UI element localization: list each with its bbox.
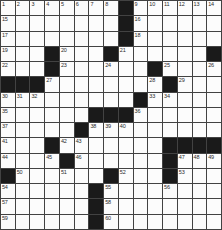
white-cell[interactable] <box>163 123 177 137</box>
white-cell[interactable]: 32 <box>30 93 44 107</box>
white-cell[interactable] <box>134 123 148 137</box>
clue-number: 5 <box>61 1 64 8</box>
white-cell[interactable]: 36 <box>134 108 148 122</box>
white-cell[interactable] <box>193 93 207 107</box>
white-cell[interactable]: 25 <box>163 62 177 76</box>
white-cell[interactable] <box>75 184 89 198</box>
white-cell[interactable] <box>30 184 44 198</box>
white-cell[interactable] <box>207 77 221 91</box>
white-cell[interactable] <box>207 16 221 30</box>
white-cell[interactable] <box>148 47 162 61</box>
white-cell[interactable] <box>45 123 59 137</box>
white-cell[interactable] <box>178 62 192 76</box>
black-cell <box>104 108 118 122</box>
black-cell <box>119 16 133 30</box>
clue-number: 55 <box>105 184 111 191</box>
black-cell <box>163 169 177 183</box>
white-cell[interactable] <box>30 169 44 183</box>
white-cell[interactable]: 50 <box>16 169 30 183</box>
white-cell[interactable] <box>119 199 133 213</box>
black-cell <box>207 47 221 61</box>
white-cell[interactable] <box>178 32 192 46</box>
white-cell[interactable] <box>178 184 192 198</box>
black-cell <box>163 138 177 152</box>
white-cell[interactable] <box>89 77 103 91</box>
clue-number: 15 <box>2 16 8 23</box>
white-cell[interactable]: 54 <box>1 184 15 198</box>
white-cell[interactable]: 27 <box>45 77 59 91</box>
black-cell <box>148 62 162 76</box>
clue-number: 26 <box>208 62 214 69</box>
clue-number: 32 <box>31 93 37 100</box>
clue-number: 18 <box>135 32 141 39</box>
clue-number: 23 <box>61 62 67 69</box>
clue-number: 13 <box>194 1 200 8</box>
clue-number: 27 <box>46 77 52 84</box>
clue-number: 46 <box>76 154 82 161</box>
white-cell[interactable]: 16 <box>134 16 148 30</box>
white-cell[interactable] <box>30 154 44 168</box>
black-cell <box>45 138 59 152</box>
black-cell <box>89 215 103 229</box>
white-cell[interactable] <box>148 169 162 183</box>
black-cell <box>119 108 133 122</box>
clue-number: 31 <box>17 93 23 100</box>
white-cell[interactable] <box>75 215 89 229</box>
white-cell[interactable] <box>193 32 207 46</box>
white-cell[interactable]: 48 <box>193 154 207 168</box>
black-cell <box>134 93 148 107</box>
white-cell[interactable] <box>163 16 177 30</box>
white-cell[interactable] <box>119 154 133 168</box>
white-cell[interactable]: 58 <box>104 199 118 213</box>
white-cell[interactable] <box>75 93 89 107</box>
white-cell[interactable] <box>104 93 118 107</box>
white-cell[interactable] <box>193 16 207 30</box>
clue-number: 12 <box>179 1 185 8</box>
white-cell[interactable]: 21 <box>119 47 133 61</box>
white-cell[interactable] <box>207 215 221 229</box>
white-cell[interactable] <box>148 184 162 198</box>
white-cell[interactable] <box>104 32 118 46</box>
white-cell[interactable]: 28 <box>148 77 162 91</box>
clue-number: 42 <box>61 138 67 145</box>
clue-number: 9 <box>135 1 138 8</box>
clue-number: 41 <box>2 138 8 145</box>
white-cell[interactable] <box>89 138 103 152</box>
white-cell[interactable] <box>119 62 133 76</box>
clue-number: 1 <box>2 1 5 8</box>
white-cell[interactable] <box>193 47 207 61</box>
white-cell[interactable] <box>16 47 30 61</box>
white-cell[interactable] <box>16 199 30 213</box>
white-cell[interactable]: 5 <box>60 1 74 15</box>
white-cell[interactable] <box>193 184 207 198</box>
white-cell[interactable] <box>16 138 30 152</box>
white-cell[interactable] <box>119 184 133 198</box>
white-cell[interactable] <box>207 108 221 122</box>
white-cell[interactable] <box>30 16 44 30</box>
white-cell[interactable] <box>89 93 103 107</box>
black-cell <box>119 1 133 15</box>
white-cell[interactable]: 6 <box>75 1 89 15</box>
clue-number: 37 <box>2 123 8 130</box>
white-cell[interactable]: 52 <box>119 169 133 183</box>
white-cell[interactable]: 37 <box>1 123 15 137</box>
white-cell[interactable]: 49 <box>207 154 221 168</box>
white-cell[interactable] <box>163 199 177 213</box>
white-cell[interactable] <box>75 199 89 213</box>
white-cell[interactable]: 47 <box>178 154 192 168</box>
white-cell[interactable]: 39 <box>104 123 118 137</box>
white-cell[interactable] <box>119 215 133 229</box>
white-cell[interactable] <box>60 108 74 122</box>
clue-number: 59 <box>2 215 8 222</box>
white-cell[interactable] <box>148 215 162 229</box>
white-cell[interactable]: 60 <box>104 215 118 229</box>
white-cell[interactable] <box>89 16 103 30</box>
white-cell[interactable] <box>207 199 221 213</box>
white-cell[interactable]: 19 <box>1 47 15 61</box>
white-cell[interactable] <box>16 154 30 168</box>
clue-number: 7 <box>90 1 93 8</box>
white-cell[interactable]: 2 <box>16 1 30 15</box>
white-cell[interactable] <box>207 169 221 183</box>
clue-number: 25 <box>164 62 170 69</box>
white-cell[interactable] <box>75 62 89 76</box>
white-cell[interactable] <box>45 184 59 198</box>
white-cell[interactable]: 31 <box>16 93 30 107</box>
black-cell <box>178 138 192 152</box>
clue-number: 60 <box>105 215 111 222</box>
white-cell[interactable] <box>104 154 118 168</box>
white-cell[interactable] <box>163 32 177 46</box>
black-cell <box>16 77 30 91</box>
white-cell[interactable] <box>45 93 59 107</box>
clue-number: 22 <box>2 62 8 69</box>
white-cell[interactable] <box>148 154 162 168</box>
black-cell <box>1 77 15 91</box>
white-cell[interactable] <box>30 62 44 76</box>
clue-number: 38 <box>90 123 96 130</box>
white-cell[interactable] <box>193 77 207 91</box>
white-cell[interactable]: 7 <box>89 1 103 15</box>
clue-number: 53 <box>179 169 185 176</box>
clue-number: 29 <box>179 77 185 84</box>
clue-number: 16 <box>135 16 141 23</box>
clue-number: 11 <box>164 1 169 8</box>
white-cell[interactable] <box>30 32 44 46</box>
clue-number: 54 <box>2 184 8 191</box>
white-cell[interactable]: 29 <box>178 77 192 91</box>
white-cell[interactable] <box>30 47 44 61</box>
white-cell[interactable] <box>60 184 74 198</box>
white-cell[interactable]: 45 <box>45 154 59 168</box>
white-cell[interactable]: 42 <box>60 138 74 152</box>
white-cell[interactable] <box>207 184 221 198</box>
clue-number: 44 <box>2 154 8 161</box>
white-cell[interactable] <box>148 16 162 30</box>
white-cell[interactable] <box>60 16 74 30</box>
white-cell[interactable] <box>148 108 162 122</box>
white-cell[interactable] <box>60 93 74 107</box>
clue-number: 10 <box>149 1 155 8</box>
clue-number: 4 <box>46 1 49 8</box>
white-cell[interactable]: 20 <box>60 47 74 61</box>
black-cell <box>163 77 177 91</box>
white-cell[interactable] <box>178 108 192 122</box>
white-cell[interactable] <box>45 108 59 122</box>
black-cell <box>163 154 177 168</box>
white-cell[interactable] <box>119 93 133 107</box>
white-cell[interactable] <box>193 108 207 122</box>
white-cell[interactable] <box>45 16 59 30</box>
white-cell[interactable] <box>75 16 89 30</box>
clue-number: 36 <box>135 108 141 115</box>
clue-number: 14 <box>208 1 214 8</box>
clue-number: 50 <box>17 169 23 176</box>
white-cell[interactable] <box>193 62 207 76</box>
black-cell <box>89 184 103 198</box>
white-cell[interactable] <box>148 123 162 137</box>
clue-number: 17 <box>2 32 8 39</box>
white-cell[interactable] <box>134 184 148 198</box>
white-cell[interactable]: 9 <box>134 1 148 15</box>
crossword-puzzle: 1234567891011121314151617181920212223242… <box>0 0 222 230</box>
white-cell[interactable]: 51 <box>60 169 74 183</box>
white-cell[interactable] <box>148 199 162 213</box>
white-cell[interactable] <box>134 77 148 91</box>
white-cell[interactable] <box>193 123 207 137</box>
white-cell[interactable] <box>75 47 89 61</box>
clue-number: 30 <box>2 93 8 100</box>
black-cell <box>119 32 133 46</box>
white-cell[interactable] <box>75 169 89 183</box>
white-cell[interactable]: 38 <box>89 123 103 137</box>
white-cell[interactable] <box>16 32 30 46</box>
clue-number: 39 <box>105 123 111 130</box>
white-cell[interactable] <box>45 169 59 183</box>
white-cell[interactable]: 43 <box>75 138 89 152</box>
clue-number: 24 <box>105 62 111 69</box>
clue-number: 40 <box>120 123 126 130</box>
white-cell[interactable]: 33 <box>148 93 162 107</box>
white-cell[interactable] <box>60 32 74 46</box>
white-cell[interactable] <box>16 215 30 229</box>
white-cell[interactable] <box>134 138 148 152</box>
clue-number: 52 <box>120 169 126 176</box>
white-cell[interactable] <box>148 138 162 152</box>
clue-number: 2 <box>17 1 20 8</box>
white-cell[interactable] <box>30 215 44 229</box>
black-cell <box>45 47 59 61</box>
white-cell[interactable]: 59 <box>1 215 15 229</box>
clue-number: 21 <box>120 47 126 54</box>
clue-number: 43 <box>76 138 82 145</box>
white-cell[interactable]: 56 <box>163 184 177 198</box>
white-cell[interactable] <box>134 62 148 76</box>
white-cell[interactable] <box>60 215 74 229</box>
white-cell[interactable] <box>163 108 177 122</box>
clue-number: 35 <box>2 108 8 115</box>
white-cell[interactable] <box>193 169 207 183</box>
white-cell[interactable] <box>134 47 148 61</box>
white-cell[interactable] <box>178 47 192 61</box>
white-cell[interactable] <box>45 199 59 213</box>
black-cell <box>193 138 207 152</box>
white-cell[interactable]: 1 <box>1 1 15 15</box>
white-cell[interactable] <box>193 199 207 213</box>
clue-number: 51 <box>61 169 67 176</box>
clue-number: 34 <box>164 93 170 100</box>
white-cell[interactable] <box>30 199 44 213</box>
white-cell[interactable] <box>104 138 118 152</box>
black-cell <box>89 199 103 213</box>
black-cell <box>45 62 59 76</box>
white-cell[interactable]: 53 <box>178 169 192 183</box>
white-cell[interactable] <box>178 199 192 213</box>
white-cell[interactable] <box>75 108 89 122</box>
white-cell[interactable] <box>163 47 177 61</box>
clue-number: 49 <box>208 154 214 161</box>
white-cell[interactable] <box>89 47 103 61</box>
white-cell[interactable] <box>207 93 221 107</box>
white-cell[interactable] <box>60 123 74 137</box>
white-cell[interactable]: 22 <box>1 62 15 76</box>
white-cell[interactable]: 15 <box>1 16 15 30</box>
white-cell[interactable]: 4 <box>45 1 59 15</box>
black-cell <box>1 169 15 183</box>
white-cell[interactable] <box>89 62 103 76</box>
black-cell <box>104 47 118 61</box>
black-cell <box>30 77 44 91</box>
white-cell[interactable] <box>16 16 30 30</box>
white-cell[interactable] <box>148 32 162 46</box>
white-cell[interactable] <box>134 154 148 168</box>
clue-number: 56 <box>164 184 170 191</box>
white-cell[interactable] <box>75 32 89 46</box>
white-cell[interactable] <box>178 123 192 137</box>
white-cell[interactable] <box>178 215 192 229</box>
white-cell[interactable] <box>134 199 148 213</box>
white-cell[interactable] <box>60 199 74 213</box>
white-cell[interactable] <box>134 215 148 229</box>
white-cell[interactable]: 35 <box>1 108 15 122</box>
crossword-grid: 1234567891011121314151617181920212223242… <box>0 0 222 230</box>
clue-number: 8 <box>105 1 108 8</box>
black-cell <box>207 138 221 152</box>
clue-number: 57 <box>2 199 8 206</box>
clue-number: 28 <box>149 77 155 84</box>
white-cell[interactable]: 40 <box>119 123 133 137</box>
white-cell[interactable]: 13 <box>193 1 207 15</box>
white-cell[interactable] <box>16 123 30 137</box>
white-cell[interactable]: 3 <box>30 1 44 15</box>
white-cell[interactable] <box>45 32 59 46</box>
clue-number: 19 <box>2 47 8 54</box>
white-cell[interactable] <box>104 77 118 91</box>
white-cell[interactable] <box>119 138 133 152</box>
clue-number: 45 <box>46 154 52 161</box>
white-cell[interactable]: 46 <box>75 154 89 168</box>
white-cell[interactable] <box>89 154 103 168</box>
white-cell[interactable] <box>60 77 74 91</box>
white-cell[interactable] <box>178 93 192 107</box>
clue-number: 48 <box>194 154 200 161</box>
white-cell[interactable] <box>178 16 192 30</box>
white-cell[interactable] <box>75 77 89 91</box>
clue-number: 33 <box>149 93 155 100</box>
white-cell[interactable]: 10 <box>148 1 162 15</box>
white-cell[interactable]: 30 <box>1 93 15 107</box>
white-cell[interactable]: 57 <box>1 199 15 213</box>
white-cell[interactable] <box>16 184 30 198</box>
white-cell[interactable] <box>16 62 30 76</box>
clue-number: 47 <box>179 154 185 161</box>
white-cell[interactable] <box>16 108 30 122</box>
white-cell[interactable] <box>119 77 133 91</box>
white-cell[interactable]: 8 <box>104 1 118 15</box>
white-cell[interactable]: 23 <box>60 62 74 76</box>
black-cell <box>104 169 118 183</box>
white-cell[interactable] <box>30 108 44 122</box>
white-cell[interactable] <box>45 215 59 229</box>
white-cell[interactable]: 14 <box>207 1 221 15</box>
white-cell[interactable] <box>207 32 221 46</box>
white-cell[interactable] <box>193 215 207 229</box>
white-cell[interactable] <box>134 169 148 183</box>
white-cell[interactable] <box>207 123 221 137</box>
white-cell[interactable]: 12 <box>178 1 192 15</box>
white-cell[interactable]: 44 <box>1 154 15 168</box>
white-cell[interactable]: 55 <box>104 184 118 198</box>
white-cell[interactable] <box>30 123 44 137</box>
white-cell[interactable]: 11 <box>163 1 177 15</box>
clue-number: 20 <box>61 47 67 54</box>
white-cell[interactable]: 26 <box>207 62 221 76</box>
clue-number: 6 <box>76 1 79 8</box>
white-cell[interactable]: 18 <box>134 32 148 46</box>
white-cell[interactable] <box>163 215 177 229</box>
white-cell[interactable]: 41 <box>1 138 15 152</box>
white-cell[interactable]: 34 <box>163 93 177 107</box>
black-cell <box>89 108 103 122</box>
black-cell <box>75 123 89 137</box>
white-cell[interactable] <box>30 138 44 152</box>
white-cell[interactable] <box>89 169 103 183</box>
white-cell[interactable]: 24 <box>104 62 118 76</box>
clue-number: 3 <box>31 1 34 8</box>
black-cell <box>60 154 74 168</box>
clue-number: 58 <box>105 199 111 206</box>
white-cell[interactable]: 17 <box>1 32 15 46</box>
white-cell[interactable] <box>104 16 118 30</box>
white-cell[interactable] <box>89 32 103 46</box>
